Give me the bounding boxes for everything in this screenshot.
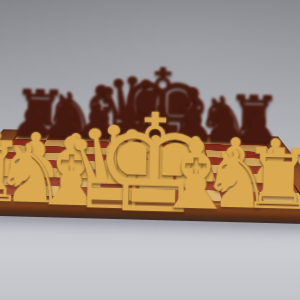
piece-white-pawn-c2: ♟ — [44, 127, 107, 190]
piece-black-pawn-c7: ♟ — [71, 97, 122, 148]
piece-white-pawn-h2: ♟ — [243, 132, 300, 195]
piece-black-pawn-e7: ♟ — [135, 98, 186, 149]
piece-black-pawn-f7: ♟ — [167, 99, 218, 150]
piece-black-pawn-d7: ♟ — [103, 98, 154, 149]
piece-white-rook-h1: ♜ — [236, 137, 300, 222]
pieces-layer: ♜♞♝♛♚♝♞♜♟♟♟♟♟♟♟♟♟♟♟♟♟♟♟♟♜♞♝♛♚♝♞♜ — [0, 0, 300, 300]
piece-white-knight-b1: ♞ — [0, 133, 71, 216]
piece-black-bishop-c8: ♝ — [65, 77, 136, 148]
piece-white-knight-g1: ♞ — [195, 138, 278, 221]
piece-white-rook-a1: ♜ — [0, 130, 31, 215]
piece-black-rook-h8: ♜ — [222, 87, 285, 150]
piece-white-pawn-b2: ♟ — [4, 126, 67, 189]
piece-white-queen-d1: ♛ — [54, 110, 171, 227]
piece-white-pawn-a2: ♟ — [0, 124, 27, 187]
piece-white-bishop-c1: ♝ — [23, 124, 120, 221]
piece-white-pawn-f2: ♟ — [164, 130, 227, 193]
piece-white-king-e1: ♚ — [84, 94, 224, 234]
piece-black-pawn-g7: ♟ — [200, 100, 251, 151]
piece-black-rook-a8: ♜ — [8, 81, 71, 144]
piece-white-pawn-d2: ♟ — [84, 128, 147, 191]
photo-chess-scene: ♜♞♝♛♚♝♞♜♟♟♟♟♟♟♟♟♟♟♟♟♟♟♟♟♜♞♝♛♚♝♞♜ — [0, 0, 300, 300]
piece-white-pawn-e2: ♟ — [124, 129, 187, 192]
piece-black-king-e8: ♚ — [111, 55, 214, 158]
piece-black-pawn-h7: ♟ — [232, 101, 283, 152]
piece-black-bishop-f8: ♝ — [157, 79, 228, 150]
piece-black-pawn-a7: ♟ — [7, 95, 58, 146]
piece-white-bishop-f1: ♝ — [147, 127, 244, 224]
piece-black-knight-g8: ♞ — [192, 88, 253, 149]
piece-black-knight-b8: ♞ — [40, 84, 101, 145]
piece-black-pawn-b7: ♟ — [39, 96, 90, 147]
board-tilt-wrapper: ♜♞♝♛♚♝♞♜♟♟♟♟♟♟♟♟♟♟♟♟♟♟♟♟♜♞♝♛♚♝♞♜ — [0, 0, 300, 300]
piece-white-pawn-g2: ♟ — [204, 131, 267, 194]
piece-black-queen-d8: ♛ — [89, 67, 175, 153]
